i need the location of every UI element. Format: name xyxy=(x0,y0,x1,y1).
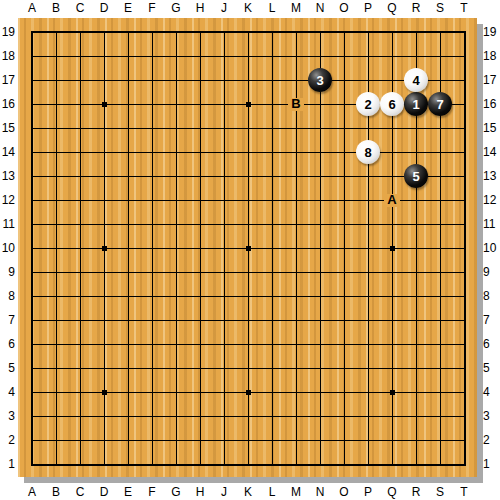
coord-top-G: G xyxy=(164,0,188,16)
coord-bottom-F: F xyxy=(140,484,164,500)
coord-top-B: B xyxy=(44,0,68,16)
coord-bottom-Q: Q xyxy=(380,484,404,500)
coord-right-18: 18 xyxy=(483,48,500,64)
coord-right-19: 19 xyxy=(483,24,500,40)
board-label-B: B xyxy=(284,97,308,111)
coord-top-S: S xyxy=(428,0,452,16)
coord-top-P: P xyxy=(356,0,380,16)
coord-bottom-C: C xyxy=(68,484,92,500)
coord-bottom-M: M xyxy=(284,484,308,500)
coord-top-O: O xyxy=(332,0,356,16)
coord-bottom-E: E xyxy=(116,484,140,500)
star-point-D10 xyxy=(102,246,107,251)
coord-top-N: N xyxy=(308,0,332,16)
stone-black-3-N17: 3 xyxy=(308,68,332,92)
coord-bottom-O: O xyxy=(332,484,356,500)
coord-bottom-P: P xyxy=(356,484,380,500)
coord-left-5: 5 xyxy=(0,360,15,376)
coord-left-6: 6 xyxy=(0,336,15,352)
coord-top-E: E xyxy=(116,0,140,16)
coord-bottom-R: R xyxy=(404,484,428,500)
stone-number: 8 xyxy=(364,146,371,159)
coord-bottom-T: T xyxy=(452,484,476,500)
star-point-K4 xyxy=(246,390,251,395)
stone-white-6-Q16: 6 xyxy=(380,92,404,116)
coord-top-M: M xyxy=(284,0,308,16)
board-label-A: A xyxy=(380,193,404,207)
stone-black-5-R13: 5 xyxy=(404,164,428,188)
coord-top-H: H xyxy=(188,0,212,16)
coord-left-7: 7 xyxy=(0,312,15,328)
coord-right-1: 1 xyxy=(483,456,500,472)
stone-black-1-R16: 1 xyxy=(404,92,428,116)
coord-bottom-H: H xyxy=(188,484,212,500)
coord-left-19: 19 xyxy=(0,24,15,40)
coord-right-4: 4 xyxy=(483,384,500,400)
coord-right-7: 7 xyxy=(483,312,500,328)
coord-left-14: 14 xyxy=(0,144,15,160)
coord-right-17: 17 xyxy=(483,72,500,88)
star-point-K16 xyxy=(246,102,251,107)
stone-number: 3 xyxy=(316,74,323,87)
star-point-D4 xyxy=(102,390,107,395)
coord-bottom-L: L xyxy=(260,484,284,500)
coord-right-10: 10 xyxy=(483,240,500,256)
coord-right-13: 13 xyxy=(483,168,500,184)
coord-top-Q: Q xyxy=(380,0,404,16)
coord-top-K: K xyxy=(236,0,260,16)
stone-number: 6 xyxy=(388,98,395,111)
coord-bottom-G: G xyxy=(164,484,188,500)
coord-left-15: 15 xyxy=(0,120,15,136)
coord-left-4: 4 xyxy=(0,384,15,400)
coord-top-R: R xyxy=(404,0,428,16)
go-board: 12345678AB xyxy=(18,18,477,477)
coord-right-16: 16 xyxy=(483,96,500,112)
coord-left-10: 10 xyxy=(0,240,15,256)
coord-left-16: 16 xyxy=(0,96,15,112)
coord-top-A: A xyxy=(20,0,44,16)
stone-number: 2 xyxy=(364,98,371,111)
coord-right-11: 11 xyxy=(483,216,500,232)
coord-left-18: 18 xyxy=(0,48,15,64)
stone-white-2-P16: 2 xyxy=(356,92,380,116)
stone-black-7-S16: 7 xyxy=(428,92,452,116)
coord-bottom-S: S xyxy=(428,484,452,500)
coord-right-2: 2 xyxy=(483,432,500,448)
coord-left-11: 11 xyxy=(0,216,15,232)
coord-left-8: 8 xyxy=(0,288,15,304)
stone-number: 5 xyxy=(412,170,419,183)
star-point-Q10 xyxy=(390,246,395,251)
coord-top-T: T xyxy=(452,0,476,16)
coord-top-C: C xyxy=(68,0,92,16)
coord-left-12: 12 xyxy=(0,192,15,208)
coord-right-6: 6 xyxy=(483,336,500,352)
coord-bottom-K: K xyxy=(236,484,260,500)
stone-white-8-P14: 8 xyxy=(356,140,380,164)
coord-right-9: 9 xyxy=(483,264,500,280)
coord-bottom-B: B xyxy=(44,484,68,500)
coord-bottom-A: A xyxy=(20,484,44,500)
coord-left-9: 9 xyxy=(0,264,15,280)
star-point-K10 xyxy=(246,246,251,251)
coord-right-5: 5 xyxy=(483,360,500,376)
stone-number: 7 xyxy=(436,98,443,111)
coord-bottom-J: J xyxy=(212,484,236,500)
coord-right-14: 14 xyxy=(483,144,500,160)
stone-number: 1 xyxy=(412,98,419,111)
coord-bottom-D: D xyxy=(92,484,116,500)
star-point-D16 xyxy=(102,102,107,107)
coord-left-3: 3 xyxy=(0,408,15,424)
go-diagram: 12345678AB AABBCCDDEEFFGGHHJJKKLLMMNNOOP… xyxy=(0,0,500,500)
coord-bottom-N: N xyxy=(308,484,332,500)
coord-top-J: J xyxy=(212,0,236,16)
coord-right-8: 8 xyxy=(483,288,500,304)
coord-top-D: D xyxy=(92,0,116,16)
coord-top-L: L xyxy=(260,0,284,16)
coord-left-13: 13 xyxy=(0,168,15,184)
star-point-Q4 xyxy=(390,390,395,395)
coord-right-15: 15 xyxy=(483,120,500,136)
stone-number: 4 xyxy=(412,74,419,87)
coord-right-12: 12 xyxy=(483,192,500,208)
coord-right-3: 3 xyxy=(483,408,500,424)
coord-left-1: 1 xyxy=(0,456,15,472)
coord-left-2: 2 xyxy=(0,432,15,448)
coord-top-F: F xyxy=(140,0,164,16)
coord-left-17: 17 xyxy=(0,72,15,88)
stone-white-4-R17: 4 xyxy=(404,68,428,92)
